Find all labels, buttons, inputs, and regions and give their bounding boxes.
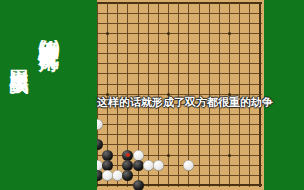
stone-black: [133, 160, 144, 171]
grid-line-horizontal: [97, 104, 262, 105]
grid-line-horizontal: [97, 23, 262, 24]
star-point: [228, 154, 231, 157]
stone-white: [133, 150, 144, 161]
go-board: [97, 0, 264, 190]
grid-line-horizontal: [97, 124, 262, 125]
star-point: [228, 32, 231, 35]
stone-white: [183, 160, 194, 171]
stone-white: [97, 119, 103, 130]
star-point: [228, 93, 231, 96]
grid-line-horizontal: [97, 94, 262, 95]
grid-line-vertical: [249, 3, 250, 188]
left-title-panel: 怎样应对无忧角(4) 围棋实战: [0, 0, 97, 190]
grid-line-horizontal: [97, 63, 262, 64]
last-move-marker: [126, 153, 130, 157]
series-title: 围棋实战: [6, 54, 32, 62]
stone-black: [122, 150, 133, 161]
right-green-strip: [264, 0, 304, 190]
star-point: [167, 93, 170, 96]
grid-line-horizontal: [97, 53, 262, 54]
star-point: [167, 32, 170, 35]
stone-black: [133, 180, 144, 190]
stone-black: [122, 170, 133, 181]
grid-line-vertical: [259, 3, 261, 188]
star-point: [106, 93, 109, 96]
grid-line-vertical: [219, 3, 220, 188]
grid-line-vertical: [117, 3, 118, 188]
grid-line-horizontal: [97, 2, 262, 4]
stone-white: [153, 160, 164, 171]
grid-line-horizontal: [97, 184, 262, 186]
grid-line-horizontal: [97, 114, 262, 115]
stone-black: [102, 150, 113, 161]
star-point: [106, 32, 109, 35]
episode-title: 怎样应对无忧角(4): [36, 24, 63, 58]
grid-line-horizontal: [97, 73, 262, 74]
grid-line-vertical: [239, 3, 240, 188]
stone-black: [97, 139, 103, 150]
star-point: [167, 154, 170, 157]
episode-number: (4): [38, 38, 60, 58]
grid-line-vertical: [178, 3, 179, 188]
video-frame: 怎样应对无忧角(4) 围棋实战 这样的话就形成了双方都很重的劫争: [0, 0, 304, 190]
grid-line-horizontal: [97, 33, 262, 34]
stone-black: [102, 160, 113, 171]
grid-line-horizontal: [97, 144, 262, 145]
stone-black: [122, 160, 133, 171]
grid-line-horizontal: [97, 43, 262, 44]
grid-line-vertical: [209, 3, 210, 188]
grid-line-vertical: [199, 3, 200, 188]
grid-line-horizontal: [97, 84, 262, 85]
grid-line-horizontal: [97, 13, 262, 14]
grid-line-horizontal: [97, 134, 262, 135]
